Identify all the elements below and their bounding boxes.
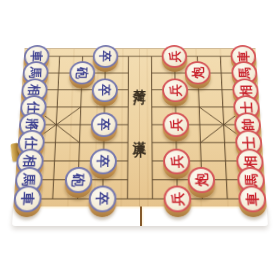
piece-character: 炮 [191, 67, 204, 79]
xiangqi-piece-bP-r6c3: 卒 [89, 148, 117, 174]
xiangqi-piece-rP-r8c6: 兵 [163, 186, 191, 213]
piece-character: 馬 [22, 173, 36, 186]
board-grid-lines [13, 49, 266, 207]
piece-character: 士 [240, 101, 254, 113]
piece-character: 車 [245, 192, 260, 205]
xiangqi-piece-rC-r7c7: 炮 [188, 167, 216, 193]
piece-character: 馬 [244, 173, 258, 186]
piece-face: 兵 [162, 45, 188, 68]
piece-character: 卒 [96, 155, 110, 168]
xiangqi-set: 楚河 漢界 車卒兵車馬砲炮馬相卒兵相仕士將卒兵帥仕士相卒兵相馬砲炮馬車卒兵車 [12, 48, 268, 226]
piece-character: 相 [28, 84, 42, 96]
xiangqi-piece-bP-r4c3: 卒 [91, 112, 118, 137]
piece-face: 卒 [89, 148, 117, 174]
piece-character: 車 [30, 51, 43, 62]
piece-character: 車 [20, 192, 35, 205]
piece-character: 兵 [168, 51, 181, 62]
piece-character: 兵 [169, 84, 182, 96]
piece-face: 兵 [163, 148, 191, 174]
piece-character: 卒 [99, 51, 112, 62]
piece-character: 將 [25, 119, 39, 131]
piece-face: 兵 [162, 78, 188, 102]
xiangqi-piece-bP-r2c3: 卒 [92, 78, 118, 102]
piece-character: 砲 [71, 173, 85, 186]
piece-character: 相 [239, 84, 253, 96]
xiangqi-piece-bR-r8c0: 車 [13, 186, 42, 213]
fold-seam [140, 207, 142, 226]
piece-character: 馬 [29, 67, 43, 79]
board-front-edge [12, 207, 268, 226]
piece-face: 兵 [162, 112, 189, 137]
piece-character: 士 [242, 136, 256, 149]
piece-face: 卒 [92, 78, 118, 102]
river-label-chuhe: 楚河 [134, 80, 147, 87]
piece-character: 卒 [97, 119, 110, 131]
xiangqi-board: 楚河 漢界 車卒兵車馬砲炮馬相卒兵相仕士將卒兵帥仕士相卒兵相馬砲炮馬車卒兵車 [13, 48, 266, 206]
xiangqi-piece-bP-r0c3: 卒 [93, 45, 119, 68]
piece-face: 炮 [188, 167, 216, 193]
piece-character: 兵 [169, 119, 182, 131]
piece-character: 馬 [238, 67, 252, 79]
xiangqi-piece-rP-r0c6: 兵 [162, 45, 188, 68]
product-photo: 楚河 漢界 車卒兵車馬砲炮馬相卒兵相仕士將卒兵帥仕士相卒兵相馬砲炮馬車卒兵車 [0, 0, 280, 280]
piece-face: 兵 [163, 186, 191, 213]
piece-character: 相 [23, 155, 37, 168]
piece-face: 車 [238, 186, 267, 213]
piece-character: 炮 [195, 173, 209, 186]
xiangqi-piece-rR-r8c9: 車 [238, 186, 267, 213]
xiangqi-piece-bC-r7c2: 砲 [64, 167, 92, 193]
piece-character: 卒 [96, 192, 110, 205]
piece-character: 仕 [24, 136, 38, 149]
xiangqi-piece-rP-r6c6: 兵 [163, 148, 191, 174]
piece-character: 帥 [241, 119, 255, 131]
river-label-hanjie: 漢界 [133, 132, 146, 139]
piece-character: 兵 [170, 155, 184, 168]
xiangqi-piece-rP-r2c6: 兵 [162, 78, 188, 102]
piece-character: 砲 [75, 67, 88, 79]
piece-character: 仕 [27, 101, 41, 113]
piece-face: 砲 [64, 167, 92, 193]
piece-character: 兵 [170, 192, 184, 205]
xiangqi-piece-rC-r1c7: 炮 [185, 61, 211, 84]
piece-character: 卒 [98, 84, 111, 96]
piece-character: 相 [243, 155, 257, 168]
xiangqi-piece-rP-r4c6: 兵 [162, 112, 189, 137]
xiangqi-piece-bP-r8c3: 卒 [88, 186, 116, 213]
piece-character: 車 [237, 51, 250, 62]
